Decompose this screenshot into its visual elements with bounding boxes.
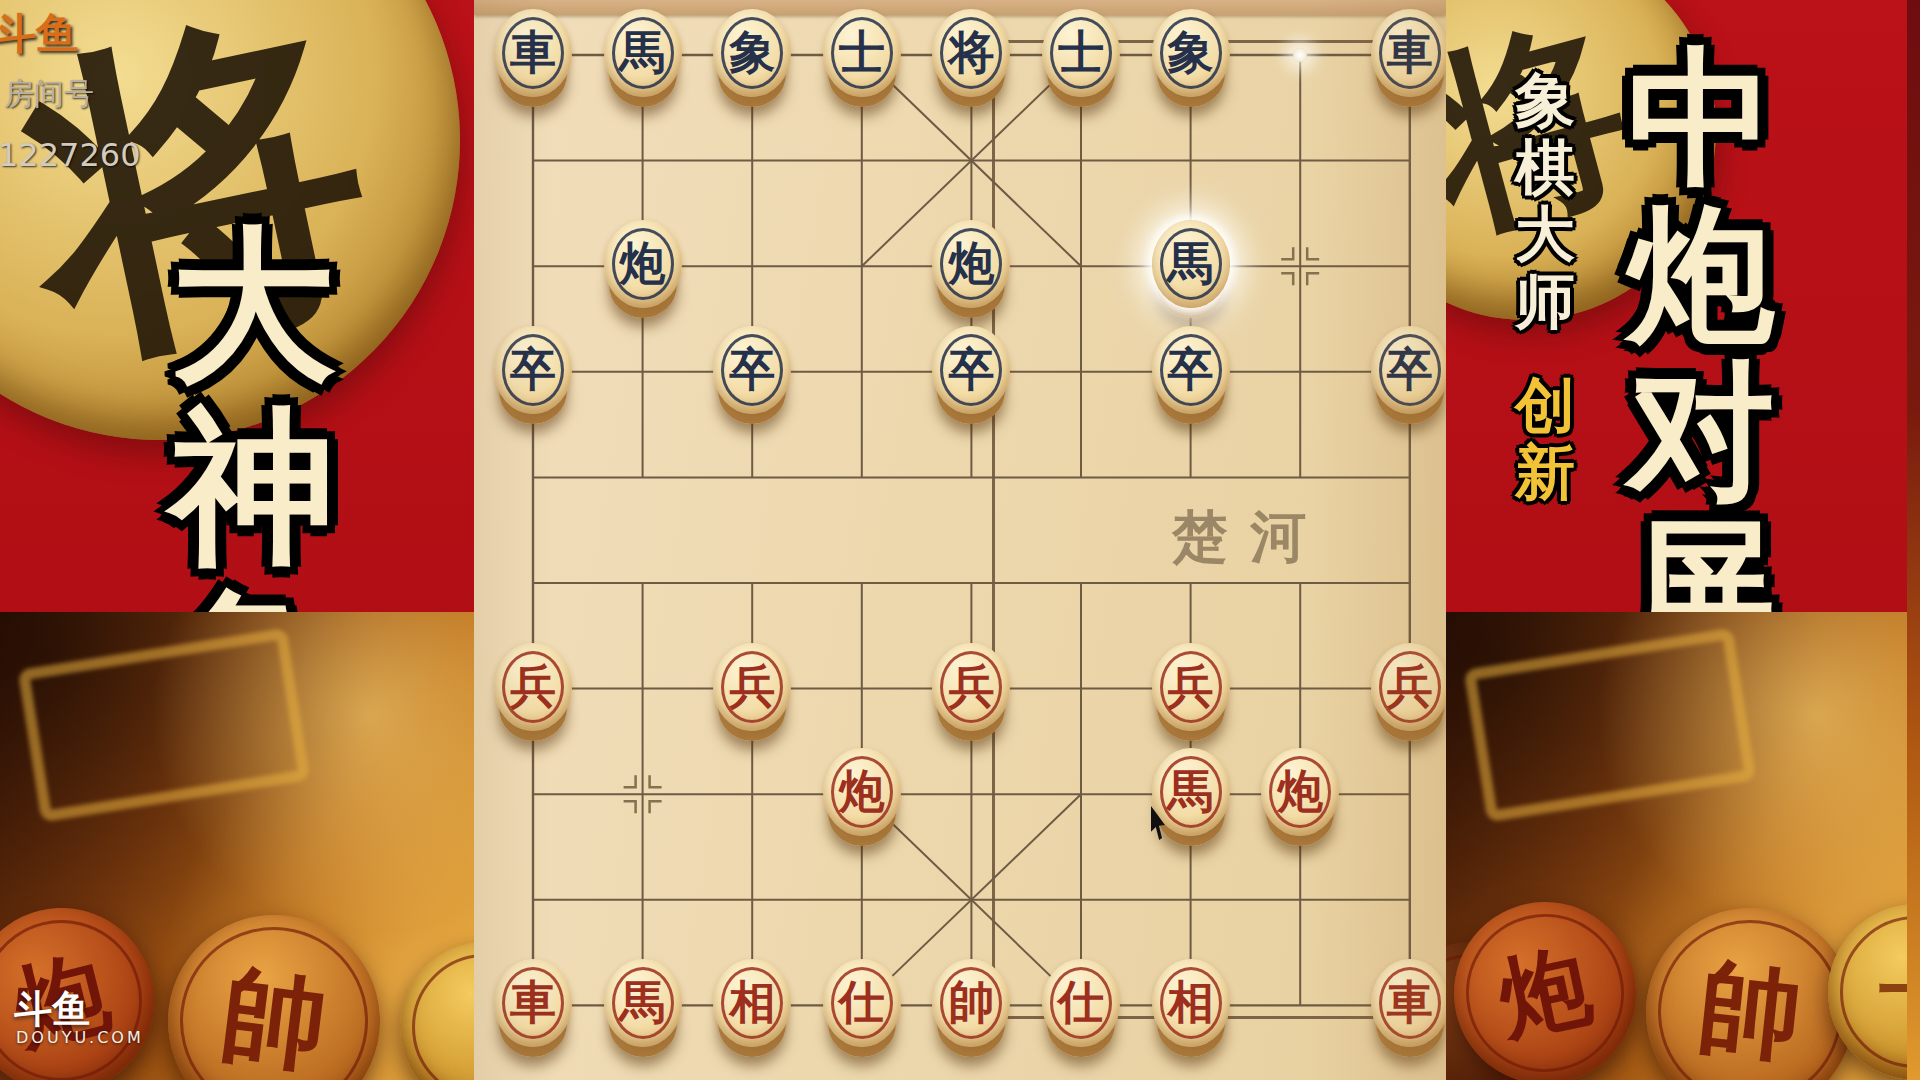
right-edge-strip (1907, 0, 1920, 1080)
piece-face: 馬 (604, 959, 682, 1047)
piece-glyph: 卒 (932, 326, 1010, 414)
piece-red-pawn[interactable]: 兵 (492, 643, 574, 747)
piece-black-pawn[interactable]: 卒 (711, 326, 793, 430)
piece-face: 馬 (604, 9, 682, 97)
piece-glyph: 卒 (1371, 326, 1449, 414)
right-banner-panel: 将 象棋大师 创新 中炮对屏风马 炮 帥 一 (1446, 0, 1920, 1080)
piece-face: 士 (823, 9, 901, 97)
piece-glyph: 馬 (604, 959, 682, 1047)
piece-glyph: 仕 (1042, 959, 1120, 1047)
piece-red-rook[interactable]: 車 (492, 959, 574, 1063)
piece-glyph: 兵 (713, 643, 791, 731)
piece-face: 将 (932, 9, 1010, 97)
piece-glyph: 炮 (932, 220, 1010, 308)
piece-red-king[interactable]: 帥 (930, 959, 1012, 1063)
piece-red-advisor[interactable]: 仕 (821, 959, 903, 1063)
title-char: 新 (1515, 439, 1575, 506)
piece-black-king[interactable]: 将 (930, 9, 1012, 113)
stream-frame: 楚河 漢界 車馬象士将士象車炮炮馬卒卒卒卒卒兵兵兵兵兵炮馬炮車馬相仕帥仕相車 将… (0, 0, 1920, 1080)
piece-face: 士 (1042, 9, 1120, 97)
photo-gold-piece (400, 942, 474, 1080)
piece-glyph: 卒 (1152, 326, 1230, 414)
subtitle-vertical: 象棋大师 (1505, 67, 1585, 335)
douyu-site-url: DOUYU.COM (16, 1028, 144, 1047)
piece-red-horse[interactable]: 馬 (602, 959, 684, 1063)
piece-black-pawn[interactable]: 卒 (492, 326, 574, 430)
piece-glyph: 兵 (494, 643, 572, 731)
piece-glyph: 車 (494, 959, 572, 1047)
piece-face: 車 (494, 9, 572, 97)
piece-glyph: 車 (1371, 9, 1449, 97)
piece-red-rook[interactable]: 車 (1369, 959, 1451, 1063)
piece-red-pawn[interactable]: 兵 (1150, 643, 1232, 747)
title-char: 棋 (1515, 134, 1575, 201)
piece-glyph: 兵 (1152, 643, 1230, 731)
piece-glyph: 卒 (494, 326, 572, 414)
piece-glyph: 炮 (1261, 748, 1339, 836)
piece-glyph: 炮 (823, 748, 901, 836)
piece-red-pawn[interactable]: 兵 (1369, 643, 1451, 747)
piece-glyph: 将 (932, 9, 1010, 97)
piece-glyph: 象 (1152, 9, 1230, 97)
piece-face: 車 (1371, 9, 1449, 97)
piece-black-advisor[interactable]: 士 (821, 9, 903, 113)
piece-glyph: 兵 (932, 643, 1010, 731)
piece-face: 象 (1152, 9, 1230, 97)
piece-red-pawn[interactable]: 兵 (930, 643, 1012, 747)
title-char: 大 (170, 215, 336, 396)
piece-glyph: 卒 (713, 326, 791, 414)
piece-face: 炮 (604, 220, 682, 308)
piece-red-cannon[interactable]: 炮 (1259, 748, 1341, 852)
photo-cannon-piece: 炮 (1446, 885, 1653, 1080)
title-char: 师 (1515, 268, 1575, 335)
piece-black-elephant[interactable]: 象 (711, 9, 793, 113)
piece-red-horse[interactable]: 馬 (1150, 748, 1232, 852)
badge-vertical: 创新 (1505, 372, 1585, 506)
piece-face: 炮 (932, 220, 1010, 308)
piece-face: 帥 (932, 959, 1010, 1047)
piece-glyph: 相 (1152, 959, 1230, 1047)
carved-gold-box (1464, 628, 1757, 823)
left-banner-panel: 将 斗鱼 房间号 1227260 大神象棋 炮 帥 斗鱼 DOUYU.COM (0, 0, 474, 1080)
piece-glyph: 帥 (932, 959, 1010, 1047)
piece-face: 炮 (823, 748, 901, 836)
piece-black-elephant[interactable]: 象 (1150, 9, 1232, 113)
piece-face: 象 (713, 9, 791, 97)
title-char: 神 (170, 396, 336, 577)
room-number-label: 房间号 (4, 74, 94, 115)
piece-face: 卒 (932, 326, 1010, 414)
piece-face: 兵 (932, 643, 1010, 731)
piece-black-pawn[interactable]: 卒 (1369, 326, 1451, 430)
piece-glyph: 馬 (604, 9, 682, 97)
piece-black-rook[interactable]: 車 (492, 9, 574, 113)
piece-black-cannon[interactable]: 炮 (930, 220, 1012, 324)
piece-black-rook[interactable]: 車 (1369, 9, 1451, 113)
piece-red-elephant[interactable]: 相 (1150, 959, 1232, 1063)
piece-face: 相 (713, 959, 791, 1047)
piece-black-cannon[interactable]: 炮 (602, 220, 684, 324)
piece-glyph: 士 (823, 9, 901, 97)
piece-black-horse[interactable]: 馬 (602, 9, 684, 113)
piece-face: 卒 (1152, 326, 1230, 414)
piece-glyph: 馬 (1152, 220, 1230, 308)
piece-face: 炮 (1261, 748, 1339, 836)
last-move-origin-dot (1293, 48, 1307, 62)
piece-face: 馬 (1152, 220, 1230, 308)
photo-king-piece: 帥 (156, 903, 392, 1080)
piece-black-advisor[interactable]: 士 (1040, 9, 1122, 113)
right-photo-collage: 炮 帥 一 (1446, 612, 1920, 1080)
piece-black-pawn[interactable]: 卒 (1150, 326, 1232, 430)
piece-face: 相 (1152, 959, 1230, 1047)
piece-glyph: 相 (713, 959, 791, 1047)
piece-glyph: 車 (1371, 959, 1449, 1047)
piece-face: 車 (494, 959, 572, 1047)
piece-red-elephant[interactable]: 相 (711, 959, 793, 1063)
piece-glyph: 仕 (823, 959, 901, 1047)
piece-face: 卒 (1371, 326, 1449, 414)
piece-red-pawn[interactable]: 兵 (711, 643, 793, 747)
piece-glyph: 炮 (604, 220, 682, 308)
piece-black-horse[interactable]: 馬 (1150, 220, 1232, 324)
piece-black-pawn[interactable]: 卒 (930, 326, 1012, 430)
piece-face: 卒 (713, 326, 791, 414)
title-char: 大 (1515, 201, 1575, 268)
piece-face: 兵 (713, 643, 791, 731)
title-char: 炮 (1627, 197, 1775, 354)
piece-glyph: 士 (1042, 9, 1120, 97)
pieces-layer: 車馬象士将士象車炮炮馬卒卒卒卒卒兵兵兵兵兵炮馬炮車馬相仕帥仕相車 (474, 0, 1446, 1080)
piece-glyph: 車 (494, 9, 572, 97)
piece-face: 兵 (494, 643, 572, 731)
piece-face: 卒 (494, 326, 572, 414)
piece-glyph: 兵 (1371, 643, 1449, 731)
title-char: 对 (1627, 354, 1775, 511)
room-number-value: 1227260 (0, 136, 141, 174)
title-char: 创 (1515, 372, 1575, 439)
piece-face: 兵 (1152, 643, 1230, 731)
title-char: 象 (1515, 67, 1575, 134)
piece-red-advisor[interactable]: 仕 (1040, 959, 1122, 1063)
piece-face: 仕 (1042, 959, 1120, 1047)
xiangqi-board[interactable]: 楚河 漢界 車馬象士将士象車炮炮馬卒卒卒卒卒兵兵兵兵兵炮馬炮車馬相仕帥仕相車 (474, 0, 1446, 1080)
piece-face: 車 (1371, 959, 1449, 1047)
title-char: 中 (1627, 40, 1775, 197)
piece-face: 仕 (823, 959, 901, 1047)
piece-red-cannon[interactable]: 炮 (821, 748, 903, 852)
douyu-logo-top: 斗鱼 (0, 6, 78, 62)
piece-glyph: 象 (713, 9, 791, 97)
carved-gold-box (18, 628, 311, 823)
piece-face: 兵 (1371, 643, 1449, 731)
